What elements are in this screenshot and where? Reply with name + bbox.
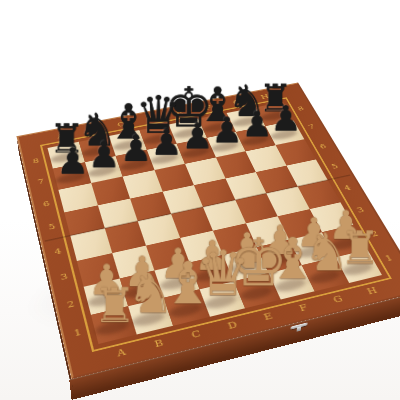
clasp-stem bbox=[297, 326, 302, 332]
rank-label-right-6: 6 bbox=[319, 143, 328, 150]
white-rook-a1[interactable]: ♜ bbox=[93, 284, 136, 329]
rank-label-left-3: 3 bbox=[60, 272, 69, 281]
rank-label-left-7: 7 bbox=[37, 178, 45, 186]
rank-label-left-4: 4 bbox=[54, 247, 62, 256]
chess-board: ABCDEFGH ABCDEFGH 87654321 87654321 ♜♞♝♛… bbox=[17, 82, 400, 379]
black-pawn-g7[interactable]: ♟ bbox=[241, 108, 273, 141]
board-top-face: ABCDEFGH ABCDEFGH 87654321 87654321 ♜♞♝♛… bbox=[17, 82, 400, 379]
rank-label-left-1: 1 bbox=[73, 328, 82, 339]
rank-label-right-1: 1 bbox=[384, 254, 395, 263]
black-pawn-h7[interactable]: ♟ bbox=[270, 102, 301, 135]
rank-label-right-7: 7 bbox=[307, 124, 316, 131]
metal-clasp-icon bbox=[290, 322, 307, 333]
black-pawn-a7[interactable]: ♟ bbox=[56, 144, 89, 179]
rank-label-left-2: 2 bbox=[66, 299, 75, 309]
file-label-d: D bbox=[213, 317, 253, 335]
file-label-c: C bbox=[176, 326, 216, 344]
black-pawn-c7[interactable]: ♟ bbox=[119, 131, 152, 165]
black-pawn-b7[interactable]: ♟ bbox=[88, 138, 121, 173]
board-squares: ♜♞♝♛♚♝♞♜♟♟♟♟♟♟♟♟♟♟♟♟♟♟♟♟♜♞♝♛♚♝♞♜ bbox=[48, 102, 382, 344]
rank-label-left-5: 5 bbox=[48, 223, 56, 231]
rank-label-right-5: 5 bbox=[330, 163, 339, 170]
scene: ABCDEFGH ABCDEFGH 87654321 87654321 ♜♞♝♛… bbox=[0, 0, 400, 400]
file-label-e: E bbox=[249, 308, 288, 325]
rank-label-left-6: 6 bbox=[42, 200, 50, 208]
rank-label-left-8: 8 bbox=[32, 157, 40, 164]
black-pawn-d7[interactable]: ♟ bbox=[150, 125, 182, 159]
black-pawn-f7[interactable]: ♟ bbox=[211, 114, 243, 148]
rank-label-right-4: 4 bbox=[343, 184, 353, 192]
square-b6[interactable] bbox=[91, 176, 130, 205]
file-label-b: B bbox=[139, 335, 179, 353]
file-label-a: A bbox=[101, 344, 142, 363]
black-pawn-e7[interactable]: ♟ bbox=[181, 119, 213, 153]
